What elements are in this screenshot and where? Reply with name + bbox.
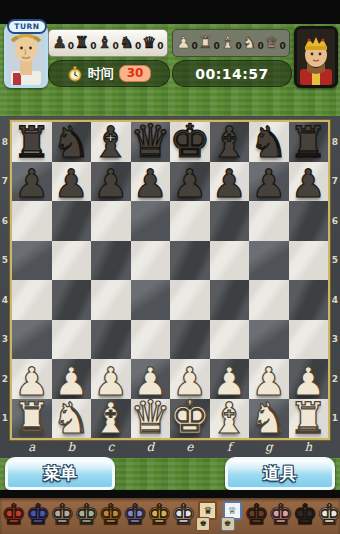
square-h1[interactable]: ♜ [289,399,329,439]
queen-icon: ♛ [142,34,156,52]
file-label-d: d [131,440,171,454]
rank-label-2: 2 [0,359,10,399]
rank-label-7: 7 [330,162,340,202]
gold-doll-figure[interactable]: ♚ [98,500,120,530]
blue-doll-figure-icon: ♚ [123,500,145,530]
captured-white-pieces-tray: ♟0♜0♝0♞0♛0 [172,29,290,57]
gold-king-piece-icon: ♚ [147,500,169,530]
rank-label-3: 3 [0,320,10,360]
square-d6[interactable] [131,201,171,241]
white-king-piece[interactable]: ♚ [317,500,339,530]
square-b7[interactable]: ♟ [52,162,92,202]
square-c1[interactable]: ♝ [91,399,131,439]
red-knight-figure-icon: ♚ [1,500,23,530]
square-a1[interactable]: ♜ [12,399,52,439]
turn-badge: TURN [7,19,47,34]
total-time-pill: 00:14:57 [172,60,292,87]
square-e4[interactable] [170,280,210,320]
square-f4[interactable] [210,280,250,320]
square-f1[interactable]: ♝ [210,399,250,439]
square-a2[interactable]: ♟ [12,359,52,399]
red-king-avatar [297,29,335,85]
black-rook-piece: ♜ [289,121,328,164]
time-label: 时间 [88,65,114,83]
piece-set-strip: ♚♚♚♚♚♚♚♚♛♚♕♚♚♚♚♚ [0,498,340,534]
items-button-label: 道具 [263,462,297,485]
rank-label-3: 3 [330,320,340,360]
black-pawn-piece: ♟ [14,164,49,203]
square-h6[interactable] [289,201,329,241]
rook-icon: ♜ [198,34,212,52]
captured-queen-count: 0 [280,40,286,52]
square-d5[interactable] [131,241,171,281]
move-timer-pill: 时间 30 [48,60,170,87]
crown-tile-blue[interactable]: ♕♚ [220,500,242,534]
black-bishop-piece: ♝ [210,121,249,164]
black-pawn-piece: ♟ [54,164,89,203]
captured-knight-slot: ♞0 [242,34,264,52]
square-b1[interactable]: ♞ [52,399,92,439]
rank-label-5: 5 [330,241,340,281]
square-a8[interactable]: ♜ [12,122,52,162]
blue-knight-figure[interactable]: ♚ [25,500,47,530]
square-e3[interactable] [170,320,210,360]
white-queen-piece: ♛ [130,394,171,440]
captured-rook-count: 0 [90,40,96,52]
knight-icon: ♞ [242,34,256,52]
captured-knight-count: 0 [135,40,141,52]
captured-bishop-slot: ♝0 [97,34,119,52]
black-knight-piece: ♞ [249,121,288,164]
bishop-icon: ♝ [220,34,234,52]
board-frame: ♜♞♝♛♚♝♞♜♟♟♟♟♟♟♟♟♟♟♟♟♟♟♟♟♜♞♝♛♚♝♞♜ [10,120,330,440]
menu-button-label: 菜单 [43,462,77,485]
captured-rook-slot: ♜0 [75,34,97,52]
rank-label-1: 1 [0,399,10,439]
captured-rook-count: 0 [214,40,220,52]
square-b6[interactable] [52,201,92,241]
black-pawn-piece: ♟ [93,164,128,203]
square-h5[interactable] [289,241,329,281]
cat-green-robe-figure-icon: ♚ [74,500,96,530]
pawn-icon: ♟ [176,34,190,52]
square-d2[interactable]: ♟ [131,359,171,399]
file-label-c: c [91,440,131,454]
captured-pawn-count: 0 [68,40,74,52]
knight-icon: ♞ [120,34,134,52]
crown-tile-brown[interactable]: ♛♚ [195,500,217,534]
captured-pawn-count: 0 [192,40,198,52]
square-c5[interactable] [91,241,131,281]
rose-king-piece[interactable]: ♚ [268,500,290,530]
rank-label-4: 4 [0,280,10,320]
square-h3[interactable] [289,320,329,360]
rank-label-5: 5 [0,241,10,281]
chess-app-screen: TURN ♟0♜0♝0♞0♛0 ♟0♜0♝0♞0♛0 [0,0,340,534]
square-h4[interactable] [289,280,329,320]
rank-label-2: 2 [330,359,340,399]
gold-doll-figure-icon: ♚ [98,500,120,530]
file-label-h: h [289,440,329,454]
black-queen-piece: ♛ [130,118,171,164]
white-king-piece-icon: ♚ [317,500,339,530]
square-g3[interactable] [249,320,289,360]
square-e2[interactable]: ♟ [170,359,210,399]
square-f8[interactable]: ♝ [210,122,250,162]
square-d4[interactable] [131,280,171,320]
square-g4[interactable] [249,280,289,320]
items-button[interactable]: 道具 [225,457,335,490]
right-player-avatar [294,26,338,88]
black-knight-piece: ♞ [52,121,91,164]
captured-queen-count: 0 [157,40,163,52]
file-label-g: g [249,440,289,454]
black-bishop-piece: ♝ [91,121,130,164]
square-g1[interactable]: ♞ [249,399,289,439]
rank-label-8: 8 [330,122,340,162]
rank-labels-left: 87654321 [0,122,10,438]
file-labels: abcdefgh [12,440,328,454]
clock-icon [67,66,83,82]
white-pawn-piece: ♟ [54,362,89,401]
bottom-divider-band [0,490,340,498]
black-pawn-piece: ♟ [172,164,207,203]
square-g2[interactable]: ♟ [249,359,289,399]
total-time-value: 00:14:57 [195,66,269,82]
top-black-strip [0,0,340,24]
square-a7[interactable]: ♟ [12,162,52,202]
black-king-piece[interactable]: ♚ [293,500,315,530]
black-pawn-piece: ♟ [133,164,168,203]
rank-label-7: 7 [0,162,10,202]
captured-rook-slot: ♜0 [198,34,220,52]
rank-label-6: 6 [330,201,340,241]
square-c3[interactable] [91,320,131,360]
captured-pawn-slot: ♟0 [52,34,74,52]
square-e6[interactable] [170,201,210,241]
square-f5[interactable] [210,241,250,281]
white-pawn-piece: ♟ [133,362,168,401]
file-label-b: b [52,440,92,454]
cat-red-robe-figure-icon: ♚ [50,500,72,530]
darkwood-king-piece-icon: ♚ [244,500,266,530]
square-e5[interactable] [170,241,210,281]
white-pawn-piece: ♟ [93,362,128,401]
square-c2[interactable]: ♟ [91,359,131,399]
black-rook-piece: ♜ [12,121,51,164]
black-pawn-piece: ♟ [251,164,286,203]
red-knight-figure[interactable]: ♚ [1,500,23,530]
square-c6[interactable] [91,201,131,241]
square-f6[interactable] [210,201,250,241]
square-d1[interactable]: ♛ [131,399,171,439]
silver-king-piece-icon: ♚ [171,500,193,530]
blue-doll-figure[interactable]: ♚ [123,500,145,530]
square-e7[interactable]: ♟ [170,162,210,202]
captured-queen-slot: ♛0 [142,34,164,52]
white-pawn-piece: ♟ [291,362,326,401]
board-grid: ♜♞♝♛♚♝♞♜♟♟♟♟♟♟♟♟♟♟♟♟♟♟♟♟♜♞♝♛♚♝♞♜ [12,122,328,438]
white-king-piece: ♚ [169,394,210,440]
captured-bishop-slot: ♝0 [220,34,242,52]
rank-labels-right: 87654321 [330,122,340,438]
captured-knight-slot: ♞0 [120,34,142,52]
square-c8[interactable]: ♝ [91,122,131,162]
chess-board: 87654321 87654321 ♜♞♝♛♚♝♞♜♟♟♟♟♟♟♟♟♟♟♟♟♟♟… [0,116,340,458]
white-pawn-piece: ♟ [14,362,49,401]
square-f7[interactable]: ♟ [210,162,250,202]
file-label-a: a [12,440,52,454]
black-pawn-piece: ♟ [212,164,247,203]
rose-king-piece-icon: ♚ [268,500,290,530]
captured-knight-count: 0 [258,40,264,52]
bishop-icon: ♝ [97,34,111,52]
silver-king-piece[interactable]: ♚ [171,500,193,530]
captured-pawn-slot: ♟0 [176,34,198,52]
white-pawn-piece: ♟ [172,362,207,401]
square-g5[interactable] [249,241,289,281]
black-king-piece: ♚ [169,118,210,164]
cat-red-robe-figure[interactable]: ♚ [50,500,72,530]
captured-queen-slot: ♛0 [264,34,286,52]
square-c7[interactable]: ♟ [91,162,131,202]
square-c4[interactable] [91,280,131,320]
white-rook-piece: ♜ [289,397,328,440]
rank-label-8: 8 [0,122,10,162]
square-b8[interactable]: ♞ [52,122,92,162]
square-a3[interactable] [12,320,52,360]
white-knight-piece: ♞ [249,397,288,440]
white-pawn-piece: ♟ [251,362,286,401]
rank-label-4: 4 [330,280,340,320]
queen-icon: ♛ [264,34,278,52]
captured-black-pieces-tray: ♟0♜0♝0♞0♛0 [48,29,168,57]
crown-tile-brown-sub-icon: ♚ [196,517,210,531]
square-a5[interactable] [12,241,52,281]
square-g7[interactable]: ♟ [249,162,289,202]
square-g8[interactable]: ♞ [249,122,289,162]
white-knight-piece: ♞ [52,397,91,440]
menu-button[interactable]: 菜单 [5,457,115,490]
square-e1[interactable]: ♚ [170,399,210,439]
pawn-icon: ♟ [52,34,66,52]
white-pawn-piece: ♟ [212,362,247,401]
roman-emperor-avatar [7,27,45,85]
blue-knight-figure-icon: ♚ [25,500,47,530]
square-b2[interactable]: ♟ [52,359,92,399]
gold-king-piece[interactable]: ♚ [147,500,169,530]
rank-label-1: 1 [330,399,340,439]
square-h8[interactable]: ♜ [289,122,329,162]
square-f3[interactable] [210,320,250,360]
square-d3[interactable] [131,320,171,360]
captured-bishop-count: 0 [236,40,242,52]
square-b5[interactable] [52,241,92,281]
square-h7[interactable]: ♟ [289,162,329,202]
file-label-e: e [170,440,210,454]
white-rook-piece: ♜ [12,397,51,440]
square-g6[interactable] [249,201,289,241]
square-b4[interactable] [52,280,92,320]
white-bishop-piece: ♝ [91,397,130,440]
square-a4[interactable] [12,280,52,320]
black-pawn-piece: ♟ [291,164,326,203]
move-seconds-badge: 30 [119,65,152,82]
square-f2[interactable]: ♟ [210,359,250,399]
cat-green-robe-figure[interactable]: ♚ [74,500,96,530]
darkwood-king-piece[interactable]: ♚ [244,500,266,530]
square-d8[interactable]: ♛ [131,122,171,162]
black-king-piece-icon: ♚ [293,500,315,530]
rank-label-6: 6 [0,201,10,241]
square-b3[interactable] [52,320,92,360]
rook-icon: ♜ [75,34,89,52]
file-label-f: f [210,440,250,454]
square-a6[interactable] [12,201,52,241]
crown-tile-blue-sub-icon: ♚ [221,517,235,531]
captured-bishop-count: 0 [113,40,119,52]
square-d7[interactable]: ♟ [131,162,171,202]
square-h2[interactable]: ♟ [289,359,329,399]
square-e8[interactable]: ♚ [170,122,210,162]
white-bishop-piece: ♝ [210,397,249,440]
